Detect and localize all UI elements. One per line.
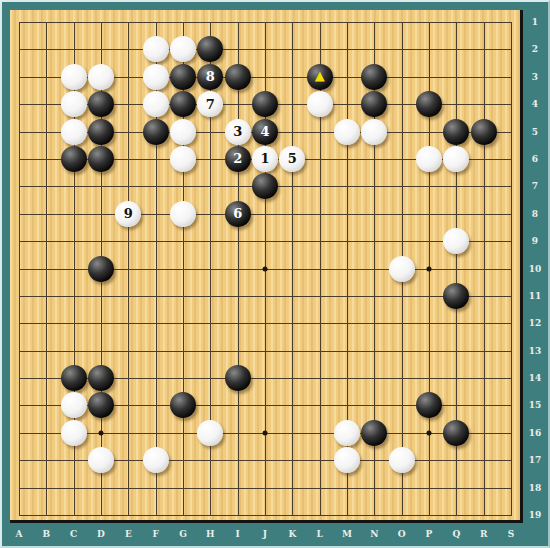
stone-black: 6: [225, 201, 251, 227]
col-label-N: N: [370, 529, 378, 539]
row-label-10: 10: [529, 264, 542, 274]
stone-white: [334, 447, 360, 473]
stone-white: [334, 420, 360, 446]
stone-white: [389, 256, 415, 282]
col-label-C: C: [70, 529, 77, 539]
row-label-5: 5: [532, 127, 538, 137]
stone-white: [143, 36, 169, 62]
star-point: [98, 430, 103, 435]
stone-black: [170, 91, 196, 117]
stone-black: [443, 283, 469, 309]
stone-black: [361, 64, 387, 90]
col-label-O: O: [398, 529, 406, 539]
stone-white: [88, 64, 114, 90]
go-board[interactable]: 8▲73421596: [10, 10, 523, 523]
row-label-12: 12: [529, 318, 542, 328]
stone-white: 3: [225, 119, 251, 145]
stone-white: [170, 201, 196, 227]
stone-white: [197, 420, 223, 446]
stone-white: [443, 228, 469, 254]
row-label-3: 3: [532, 72, 538, 82]
row-label-6: 6: [532, 154, 538, 164]
move-number: 6: [233, 207, 242, 220]
stone-black: [252, 173, 278, 199]
grid-line: [19, 351, 512, 352]
col-label-B: B: [43, 529, 51, 539]
stone-black: [143, 119, 169, 145]
stone-black: [88, 119, 114, 145]
star-point: [426, 266, 431, 271]
grid-line: [19, 488, 512, 489]
row-label-18: 18: [529, 483, 542, 493]
stone-black: 2: [225, 146, 251, 172]
stone-black: 8: [197, 64, 223, 90]
col-label-J: J: [263, 529, 267, 539]
row-label-11: 11: [529, 291, 542, 301]
col-label-M: M: [342, 529, 352, 539]
stone-white: [61, 91, 87, 117]
stone-white: 7: [197, 91, 223, 117]
stone-black: [61, 146, 87, 172]
stone-black: [225, 365, 251, 391]
stone-black: [88, 392, 114, 418]
stone-white: [170, 146, 196, 172]
stone-white: [307, 91, 333, 117]
move-number: 9: [124, 207, 133, 220]
stone-white: 5: [279, 146, 305, 172]
grid-line: [511, 22, 512, 516]
stone-black: [61, 365, 87, 391]
move-number: 8: [206, 70, 215, 83]
stone-black: [471, 119, 497, 145]
stone-white: [361, 119, 387, 145]
col-label-P: P: [426, 529, 433, 539]
stone-black: ▲: [307, 64, 333, 90]
stone-black: [170, 64, 196, 90]
row-label-8: 8: [532, 209, 538, 219]
row-label-4: 4: [532, 99, 538, 109]
move-number: 2: [233, 152, 242, 165]
stone-white: [61, 392, 87, 418]
move-number: 3: [233, 125, 242, 138]
stone-white: [143, 64, 169, 90]
stone-white: [443, 146, 469, 172]
col-label-F: F: [152, 529, 158, 539]
stone-black: [361, 91, 387, 117]
row-label-13: 13: [529, 346, 542, 356]
row-label-1: 1: [532, 17, 538, 27]
row-label-2: 2: [532, 44, 538, 54]
stone-white: [61, 420, 87, 446]
stone-white: [389, 447, 415, 473]
col-label-Q: Q: [452, 529, 460, 539]
row-label-14: 14: [529, 373, 542, 383]
stone-white: [143, 91, 169, 117]
row-label-16: 16: [529, 428, 542, 438]
grid-line: [19, 323, 512, 324]
row-label-9: 9: [532, 236, 538, 246]
stone-black: [443, 420, 469, 446]
move-number: 4: [260, 125, 269, 138]
stone-black: [252, 91, 278, 117]
stone-black: [88, 146, 114, 172]
stone-black: [416, 91, 442, 117]
col-label-L: L: [316, 529, 322, 539]
stone-black: [416, 392, 442, 418]
stone-black: [443, 119, 469, 145]
col-label-I: I: [236, 529, 240, 539]
row-label-17: 17: [529, 455, 542, 465]
stone-black: [361, 420, 387, 446]
move-number: 1: [260, 152, 269, 165]
col-label-H: H: [206, 529, 215, 539]
row-label-7: 7: [532, 181, 538, 191]
col-label-A: A: [16, 529, 23, 539]
col-label-R: R: [480, 529, 487, 539]
stone-black: [88, 91, 114, 117]
stone-black: 4: [252, 119, 278, 145]
star-point: [262, 430, 267, 435]
stone-white: [143, 447, 169, 473]
col-label-E: E: [125, 529, 132, 539]
stone-white: [61, 64, 87, 90]
row-label-19: 19: [529, 510, 542, 520]
move-number: 5: [288, 152, 297, 165]
star-point: [426, 430, 431, 435]
stone-black: [170, 392, 196, 418]
star-point: [262, 266, 267, 271]
app-window: 8▲73421596 ABCDEFGHIJKLMNOPQRS1234567891…: [0, 0, 550, 548]
stone-white: 1: [252, 146, 278, 172]
move-number: 7: [206, 98, 215, 111]
grid-line: [19, 515, 512, 516]
col-label-S: S: [508, 529, 515, 539]
stone-black: [88, 256, 114, 282]
grid-line: [484, 22, 485, 516]
stone-black: [88, 365, 114, 391]
stone-white: [170, 119, 196, 145]
stone-white: [334, 119, 360, 145]
stone-white: [88, 447, 114, 473]
stone-black: [225, 64, 251, 90]
stone-black: [197, 36, 223, 62]
triangle-marker: ▲: [315, 69, 325, 82]
stone-white: [61, 119, 87, 145]
grid-line: [292, 22, 293, 516]
col-label-G: G: [179, 529, 187, 539]
grid-line: [19, 296, 512, 297]
row-label-15: 15: [529, 400, 542, 410]
stone-white: [170, 36, 196, 62]
col-label-D: D: [97, 529, 105, 539]
stone-white: [416, 146, 442, 172]
col-label-K: K: [288, 529, 296, 539]
stone-white: 9: [115, 201, 141, 227]
